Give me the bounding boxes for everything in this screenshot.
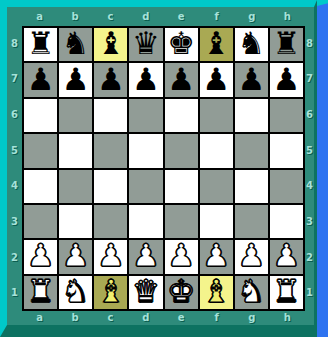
square-g2[interactable]: ♟ <box>235 240 268 273</box>
square-d6[interactable] <box>129 99 162 132</box>
piece-black-knight[interactable]: ♞ <box>237 28 265 59</box>
square-f6[interactable] <box>200 99 233 132</box>
rank-label-6: 6 <box>7 97 22 133</box>
square-d8[interactable]: ♛ <box>129 28 162 61</box>
rank-label-8: 8 <box>305 26 314 62</box>
rank-labels-left: 87654321 <box>7 26 22 311</box>
board-frame-inner: abcdefgh 87654321 ♜♞♝♛♚♝♞♜♟♟♟♟♟♟♟♟♟♟♟♟♟♟… <box>7 7 314 325</box>
piece-black-pawn[interactable]: ♟ <box>167 64 195 95</box>
square-d5[interactable] <box>129 134 162 167</box>
square-b7[interactable]: ♟ <box>59 63 92 96</box>
piece-white-pawn[interactable]: ♟ <box>273 240 301 271</box>
piece-white-queen[interactable]: ♛ <box>132 276 160 307</box>
frame-bevel-sliver <box>317 0 328 6</box>
square-a5[interactable] <box>24 134 57 167</box>
file-label-d: d <box>128 311 163 325</box>
piece-white-bishop[interactable]: ♝ <box>97 276 125 307</box>
piece-black-bishop[interactable]: ♝ <box>202 28 230 59</box>
rank-label-3: 3 <box>7 204 22 240</box>
piece-white-pawn[interactable]: ♟ <box>202 240 230 271</box>
square-c7[interactable]: ♟ <box>94 63 127 96</box>
square-b5[interactable] <box>59 134 92 167</box>
file-label-g: g <box>234 311 269 325</box>
rank-label-4: 4 <box>7 169 22 205</box>
square-b6[interactable] <box>59 99 92 132</box>
square-c8[interactable]: ♝ <box>94 28 127 61</box>
rank-label-1: 1 <box>305 275 314 311</box>
square-d3[interactable] <box>129 205 162 238</box>
square-d4[interactable] <box>129 170 162 203</box>
square-e2[interactable]: ♟ <box>165 240 198 273</box>
square-d7[interactable]: ♟ <box>129 63 162 96</box>
square-d2[interactable]: ♟ <box>129 240 162 273</box>
square-a1[interactable]: ♜ <box>24 276 57 309</box>
rank-label-2: 2 <box>305 240 314 276</box>
rank-label-7: 7 <box>7 62 22 98</box>
square-b2[interactable]: ♟ <box>59 240 92 273</box>
square-h2[interactable]: ♟ <box>270 240 303 273</box>
rank-label-4: 4 <box>305 169 314 205</box>
square-c3[interactable] <box>94 205 127 238</box>
square-g3[interactable] <box>235 205 268 238</box>
file-label-e: e <box>164 311 199 325</box>
square-g7[interactable]: ♟ <box>235 63 268 96</box>
square-h3[interactable] <box>270 205 303 238</box>
file-label-a: a <box>22 311 57 325</box>
piece-white-pawn[interactable]: ♟ <box>97 240 125 271</box>
square-a3[interactable] <box>24 205 57 238</box>
piece-black-pawn[interactable]: ♟ <box>97 64 125 95</box>
square-f5[interactable] <box>200 134 233 167</box>
piece-white-rook[interactable]: ♜ <box>27 276 55 307</box>
square-h5[interactable] <box>270 134 303 167</box>
file-labels-bottom: abcdefgh <box>22 311 305 325</box>
square-e6[interactable] <box>165 99 198 132</box>
chess-board: ♜♞♝♛♚♝♞♜♟♟♟♟♟♟♟♟♟♟♟♟♟♟♟♟♜♞♝♛♚♝♞♜ <box>24 28 303 309</box>
chess-app-window: abcdefgh 87654321 ♜♞♝♛♚♝♞♜♟♟♟♟♟♟♟♟♟♟♟♟♟♟… <box>0 0 328 337</box>
rank-label-3: 3 <box>305 204 314 240</box>
square-g4[interactable] <box>235 170 268 203</box>
square-g5[interactable] <box>235 134 268 167</box>
square-c1[interactable]: ♝ <box>94 276 127 309</box>
rank-label-6: 6 <box>305 97 314 133</box>
piece-black-pawn[interactable]: ♟ <box>27 64 55 95</box>
piece-black-pawn[interactable]: ♟ <box>132 64 160 95</box>
piece-white-rook[interactable]: ♜ <box>273 276 301 307</box>
square-e4[interactable] <box>165 170 198 203</box>
square-a2[interactable]: ♟ <box>24 240 57 273</box>
square-h4[interactable] <box>270 170 303 203</box>
piece-black-pawn[interactable]: ♟ <box>202 64 230 95</box>
square-d1[interactable]: ♛ <box>129 276 162 309</box>
piece-white-pawn[interactable]: ♟ <box>132 240 160 271</box>
rank-label-7: 7 <box>305 62 314 98</box>
piece-black-rook[interactable]: ♜ <box>27 28 55 59</box>
square-a7[interactable]: ♟ <box>24 63 57 96</box>
file-label-c: c <box>93 311 128 325</box>
file-label-f: f <box>199 311 234 325</box>
square-b3[interactable] <box>59 205 92 238</box>
rank-label-1: 1 <box>7 275 22 311</box>
file-label-b: b <box>57 311 92 325</box>
square-f2[interactable]: ♟ <box>200 240 233 273</box>
file-label-b: b <box>57 7 92 26</box>
square-f8[interactable]: ♝ <box>200 28 233 61</box>
square-h1[interactable]: ♜ <box>270 276 303 309</box>
piece-white-knight[interactable]: ♞ <box>62 276 90 307</box>
square-e7[interactable]: ♟ <box>165 63 198 96</box>
square-h7[interactable]: ♟ <box>270 63 303 96</box>
square-e1[interactable]: ♚ <box>165 276 198 309</box>
square-f1[interactable]: ♝ <box>200 276 233 309</box>
square-c2[interactable]: ♟ <box>94 240 127 273</box>
piece-white-pawn[interactable]: ♟ <box>27 240 55 271</box>
piece-black-knight[interactable]: ♞ <box>62 28 90 59</box>
rank-label-5: 5 <box>305 133 314 169</box>
file-label-h: h <box>270 311 305 325</box>
square-b4[interactable] <box>59 170 92 203</box>
square-b8[interactable]: ♞ <box>59 28 92 61</box>
piece-white-bishop[interactable]: ♝ <box>202 276 230 307</box>
file-labels-top: abcdefgh <box>22 7 305 26</box>
square-c6[interactable] <box>94 99 127 132</box>
piece-white-pawn[interactable]: ♟ <box>237 240 265 271</box>
piece-black-rook[interactable]: ♜ <box>273 28 301 59</box>
piece-black-king[interactable]: ♚ <box>167 28 195 59</box>
rank-label-5: 5 <box>7 133 22 169</box>
piece-black-pawn[interactable]: ♟ <box>62 64 90 95</box>
board-3d-frame: abcdefgh 87654321 ♜♞♝♛♚♝♞♜♟♟♟♟♟♟♟♟♟♟♟♟♟♟… <box>0 0 317 337</box>
square-f7[interactable]: ♟ <box>200 63 233 96</box>
board-border: ♜♞♝♛♚♝♞♜♟♟♟♟♟♟♟♟♟♟♟♟♟♟♟♟♜♞♝♛♚♝♞♜ <box>22 26 305 311</box>
square-e5[interactable] <box>165 134 198 167</box>
file-label-h: h <box>270 7 305 26</box>
rank-label-8: 8 <box>7 26 22 62</box>
file-label-g: g <box>234 7 269 26</box>
square-g6[interactable] <box>235 99 268 132</box>
square-c5[interactable] <box>94 134 127 167</box>
piece-black-pawn[interactable]: ♟ <box>237 64 265 95</box>
file-label-d: d <box>128 7 163 26</box>
square-h8[interactable]: ♜ <box>270 28 303 61</box>
piece-black-pawn[interactable]: ♟ <box>273 64 301 95</box>
square-g8[interactable]: ♞ <box>235 28 268 61</box>
square-b1[interactable]: ♞ <box>59 276 92 309</box>
rank-label-2: 2 <box>7 240 22 276</box>
square-f4[interactable] <box>200 170 233 203</box>
file-label-a: a <box>22 7 57 26</box>
file-label-e: e <box>164 7 199 26</box>
square-h6[interactable] <box>270 99 303 132</box>
piece-black-bishop[interactable]: ♝ <box>97 28 125 59</box>
rank-labels-right: 87654321 <box>305 26 314 311</box>
piece-white-king[interactable]: ♚ <box>167 276 195 307</box>
square-e3[interactable] <box>165 205 198 238</box>
piece-white-knight[interactable]: ♞ <box>237 276 265 307</box>
piece-white-pawn[interactable]: ♟ <box>62 240 90 271</box>
file-label-c: c <box>93 7 128 26</box>
piece-black-queen[interactable]: ♛ <box>132 28 160 59</box>
square-e8[interactable]: ♚ <box>165 28 198 61</box>
piece-white-pawn[interactable]: ♟ <box>167 240 195 271</box>
file-label-f: f <box>199 7 234 26</box>
square-a6[interactable] <box>24 99 57 132</box>
square-f3[interactable] <box>200 205 233 238</box>
square-g1[interactable]: ♞ <box>235 276 268 309</box>
square-c4[interactable] <box>94 170 127 203</box>
square-a4[interactable] <box>24 170 57 203</box>
square-a8[interactable]: ♜ <box>24 28 57 61</box>
